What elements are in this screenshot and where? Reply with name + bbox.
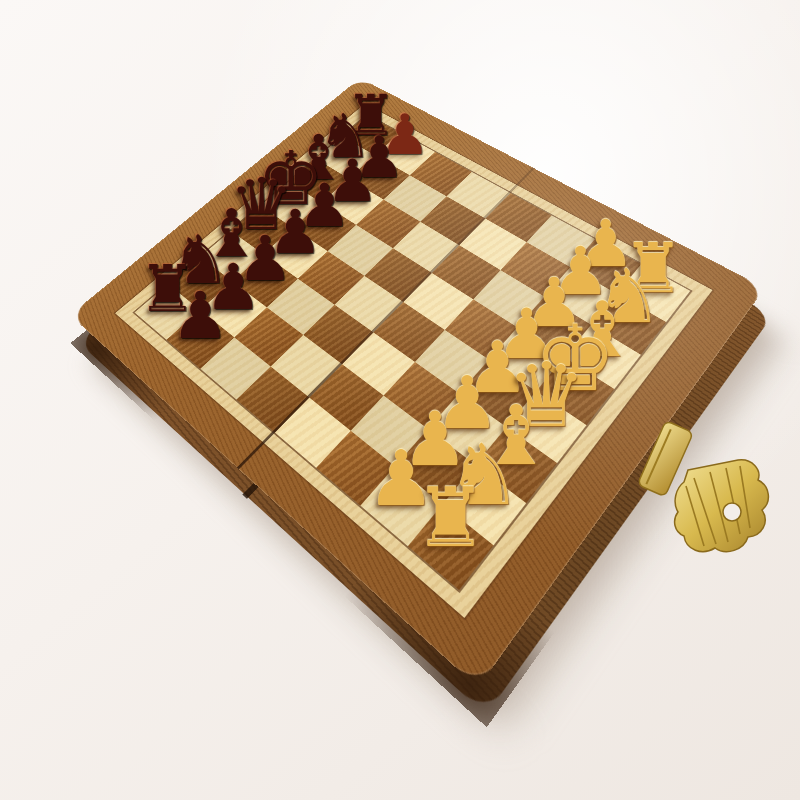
clasp-shell (675, 460, 769, 552)
brass-clasp (622, 420, 782, 570)
clasp-hole (723, 503, 741, 521)
chess-set-photo: ♜♟♞♟♝♟♚♟♛♟♝♟♟♞♜♟♟♜♞♟♟♝♟♚♟♛♟♝♟♞♟♜ (0, 0, 800, 800)
chess-board (70, 78, 765, 688)
